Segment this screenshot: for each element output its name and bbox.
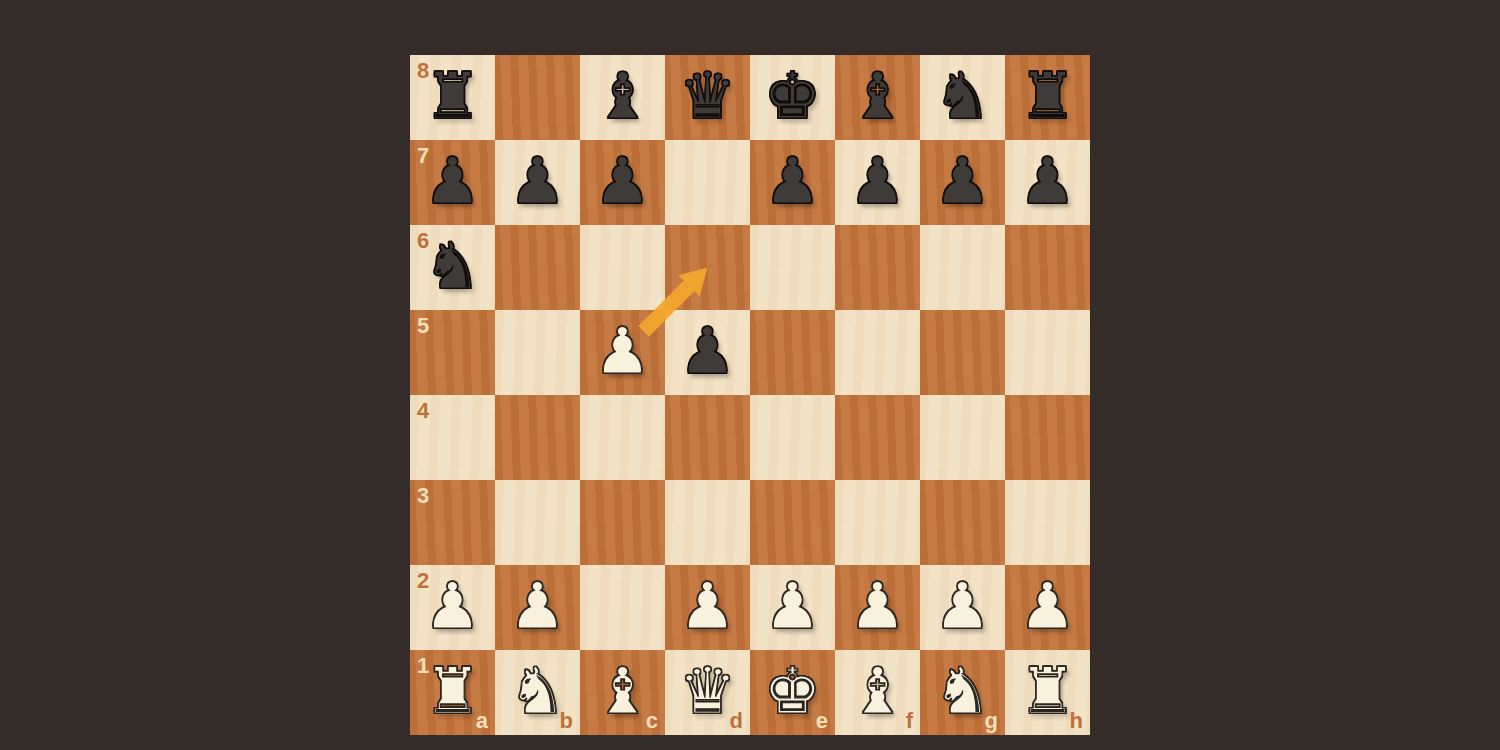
square-d3[interactable] bbox=[665, 480, 750, 565]
square-h4[interactable] bbox=[1005, 395, 1090, 480]
piece-black-pawn-g7[interactable]: ♟ bbox=[934, 149, 991, 213]
square-h3[interactable] bbox=[1005, 480, 1090, 565]
square-f8[interactable]: ♝ bbox=[835, 55, 920, 140]
rank-label-5: 5 bbox=[417, 315, 429, 337]
piece-black-knight-g8[interactable]: ♞ bbox=[934, 64, 991, 128]
piece-white-knight-g1[interactable]: ♞ bbox=[934, 659, 991, 723]
piece-white-pawn-e2[interactable]: ♟ bbox=[764, 574, 821, 638]
piece-black-pawn-e7[interactable]: ♟ bbox=[764, 149, 821, 213]
square-f2[interactable]: ♟ bbox=[835, 565, 920, 650]
piece-white-pawn-g2[interactable]: ♟ bbox=[934, 574, 991, 638]
square-b3[interactable] bbox=[495, 480, 580, 565]
square-a7[interactable]: 7♟ bbox=[410, 140, 495, 225]
square-g7[interactable]: ♟ bbox=[920, 140, 1005, 225]
piece-black-pawn-b7[interactable]: ♟ bbox=[509, 149, 566, 213]
square-a1[interactable]: 1a♜ bbox=[410, 650, 495, 735]
square-h6[interactable] bbox=[1005, 225, 1090, 310]
piece-white-pawn-f2[interactable]: ♟ bbox=[849, 574, 906, 638]
piece-black-king-e8[interactable]: ♚ bbox=[764, 64, 821, 128]
piece-white-bishop-c1[interactable]: ♝ bbox=[594, 659, 651, 723]
page-background: 8♜♝♛♚♝♞♜7♟♟♟♟♟♟♟6♞5♟♟432♟♟♟♟♟♟♟1a♜b♞c♝d♛… bbox=[0, 0, 1500, 750]
chess-board: 8♜♝♛♚♝♞♜7♟♟♟♟♟♟♟6♞5♟♟432♟♟♟♟♟♟♟1a♜b♞c♝d♛… bbox=[410, 55, 1090, 735]
square-g5[interactable] bbox=[920, 310, 1005, 395]
piece-white-queen-d1[interactable]: ♛ bbox=[679, 659, 736, 723]
square-b7[interactable]: ♟ bbox=[495, 140, 580, 225]
square-b1[interactable]: b♞ bbox=[495, 650, 580, 735]
square-e3[interactable] bbox=[750, 480, 835, 565]
piece-black-pawn-a7[interactable]: ♟ bbox=[424, 149, 481, 213]
square-a4[interactable]: 4 bbox=[410, 395, 495, 480]
square-c2[interactable] bbox=[580, 565, 665, 650]
square-h5[interactable] bbox=[1005, 310, 1090, 395]
square-a2[interactable]: 2♟ bbox=[410, 565, 495, 650]
square-c1[interactable]: c♝ bbox=[580, 650, 665, 735]
piece-black-rook-h8[interactable]: ♜ bbox=[1019, 64, 1076, 128]
square-b5[interactable] bbox=[495, 310, 580, 395]
square-c5[interactable]: ♟ bbox=[580, 310, 665, 395]
square-c6[interactable] bbox=[580, 225, 665, 310]
square-a8[interactable]: 8♜ bbox=[410, 55, 495, 140]
square-e4[interactable] bbox=[750, 395, 835, 480]
square-e7[interactable]: ♟ bbox=[750, 140, 835, 225]
piece-white-rook-a1[interactable]: ♜ bbox=[424, 659, 481, 723]
square-e1[interactable]: e♚ bbox=[750, 650, 835, 735]
square-a3[interactable]: 3 bbox=[410, 480, 495, 565]
square-d8[interactable]: ♛ bbox=[665, 55, 750, 140]
square-d4[interactable] bbox=[665, 395, 750, 480]
square-d2[interactable]: ♟ bbox=[665, 565, 750, 650]
square-f4[interactable] bbox=[835, 395, 920, 480]
piece-white-pawn-c5[interactable]: ♟ bbox=[594, 319, 651, 383]
square-f3[interactable] bbox=[835, 480, 920, 565]
square-e6[interactable] bbox=[750, 225, 835, 310]
square-c8[interactable]: ♝ bbox=[580, 55, 665, 140]
square-a5[interactable]: 5 bbox=[410, 310, 495, 395]
square-f6[interactable] bbox=[835, 225, 920, 310]
piece-black-pawn-f7[interactable]: ♟ bbox=[849, 149, 906, 213]
piece-white-knight-b1[interactable]: ♞ bbox=[509, 659, 566, 723]
square-g3[interactable] bbox=[920, 480, 1005, 565]
square-c3[interactable] bbox=[580, 480, 665, 565]
square-g4[interactable] bbox=[920, 395, 1005, 480]
square-d1[interactable]: d♛ bbox=[665, 650, 750, 735]
square-c4[interactable] bbox=[580, 395, 665, 480]
square-d5[interactable]: ♟ bbox=[665, 310, 750, 395]
piece-white-bishop-f1[interactable]: ♝ bbox=[849, 659, 906, 723]
rank-label-4: 4 bbox=[417, 400, 429, 422]
square-b4[interactable] bbox=[495, 395, 580, 480]
square-b2[interactable]: ♟ bbox=[495, 565, 580, 650]
piece-white-rook-h1[interactable]: ♜ bbox=[1019, 659, 1076, 723]
square-e5[interactable] bbox=[750, 310, 835, 395]
piece-black-pawn-h7[interactable]: ♟ bbox=[1019, 149, 1076, 213]
square-a6[interactable]: 6♞ bbox=[410, 225, 495, 310]
square-g2[interactable]: ♟ bbox=[920, 565, 1005, 650]
square-h1[interactable]: h♜ bbox=[1005, 650, 1090, 735]
piece-white-pawn-b2[interactable]: ♟ bbox=[509, 574, 566, 638]
square-h8[interactable]: ♜ bbox=[1005, 55, 1090, 140]
square-f5[interactable] bbox=[835, 310, 920, 395]
square-b6[interactable] bbox=[495, 225, 580, 310]
piece-black-rook-a8[interactable]: ♜ bbox=[424, 64, 481, 128]
square-b8[interactable] bbox=[495, 55, 580, 140]
piece-white-pawn-h2[interactable]: ♟ bbox=[1019, 574, 1076, 638]
piece-white-pawn-d2[interactable]: ♟ bbox=[679, 574, 736, 638]
piece-white-king-e1[interactable]: ♚ bbox=[764, 659, 821, 723]
file-label-f: f bbox=[906, 710, 913, 732]
square-h7[interactable]: ♟ bbox=[1005, 140, 1090, 225]
piece-black-knight-a6[interactable]: ♞ bbox=[424, 234, 481, 298]
square-d7[interactable] bbox=[665, 140, 750, 225]
square-e2[interactable]: ♟ bbox=[750, 565, 835, 650]
piece-black-pawn-d5[interactable]: ♟ bbox=[679, 319, 736, 383]
square-g6[interactable] bbox=[920, 225, 1005, 310]
piece-black-queen-d8[interactable]: ♛ bbox=[679, 64, 736, 128]
square-f1[interactable]: f♝ bbox=[835, 650, 920, 735]
square-e8[interactable]: ♚ bbox=[750, 55, 835, 140]
square-g8[interactable]: ♞ bbox=[920, 55, 1005, 140]
piece-black-bishop-f8[interactable]: ♝ bbox=[849, 64, 906, 128]
square-g1[interactable]: g♞ bbox=[920, 650, 1005, 735]
square-h2[interactable]: ♟ bbox=[1005, 565, 1090, 650]
square-d6[interactable] bbox=[665, 225, 750, 310]
rank-label-3: 3 bbox=[417, 485, 429, 507]
piece-white-pawn-a2[interactable]: ♟ bbox=[424, 574, 481, 638]
piece-black-pawn-c7[interactable]: ♟ bbox=[594, 149, 651, 213]
piece-black-bishop-c8[interactable]: ♝ bbox=[594, 64, 651, 128]
square-f7[interactable]: ♟ bbox=[835, 140, 920, 225]
square-c7[interactable]: ♟ bbox=[580, 140, 665, 225]
